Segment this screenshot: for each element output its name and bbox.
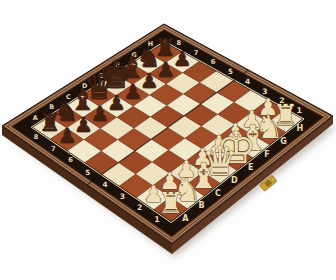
piece-black-pawn-e7[interactable]: ♟ bbox=[124, 80, 142, 104]
piece-black-pawn-f7[interactable]: ♟ bbox=[140, 69, 158, 93]
piece-black-pawn-g7[interactable]: ♟ bbox=[157, 58, 175, 82]
rank-label-left-4: 4 bbox=[103, 180, 108, 189]
rank-label-right-4: 4 bbox=[245, 77, 250, 86]
rank-label-left-2: 2 bbox=[137, 203, 142, 212]
piece-black-pawn-c7[interactable]: ♟ bbox=[91, 102, 109, 126]
piece-black-pawn-d7[interactable]: ♟ bbox=[107, 91, 125, 115]
rank-label-left-7: 7 bbox=[51, 145, 56, 153]
piece-white-rook-a1[interactable]: ♜ bbox=[158, 186, 184, 220]
rank-label-left-6: 6 bbox=[68, 156, 73, 164]
piece-black-pawn-b7[interactable]: ♟ bbox=[74, 113, 92, 137]
rank-label-left-3: 3 bbox=[120, 192, 125, 201]
chess-board: AABBCCDDEEFFGGHH1122334455667788♜♟♞♟♝♟♚♟… bbox=[0, 0, 336, 280]
rank-label-right-5: 5 bbox=[228, 67, 233, 76]
piece-black-pawn-h7[interactable]: ♟ bbox=[173, 47, 191, 71]
rank-label-right-7: 7 bbox=[194, 49, 199, 57]
rank-label-left-5: 5 bbox=[85, 168, 90, 177]
piece-black-pawn-a7[interactable]: ♟ bbox=[58, 124, 76, 148]
rank-label-right-6: 6 bbox=[211, 58, 216, 66]
file-label-top-a: A bbox=[33, 114, 38, 122]
chess-set-photo: AABBCCDDEEFFGGHH1122334455667788♜♟♞♟♝♟♚♟… bbox=[0, 0, 336, 280]
